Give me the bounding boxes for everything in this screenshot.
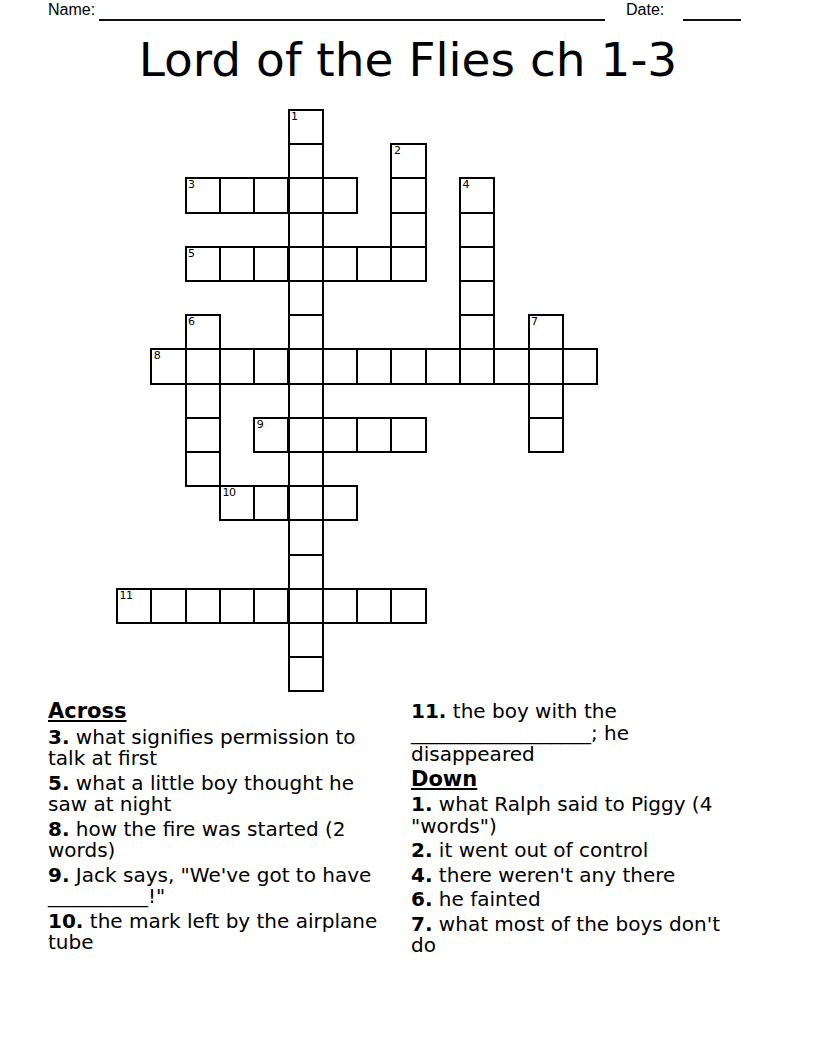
clue-down-4: 4. there weren't any there xyxy=(411,865,741,887)
grid-cell-r13c5[interactable] xyxy=(288,554,324,590)
clues-column-right: 11. the boy with the __________________;… xyxy=(411,701,741,960)
grid-cell-r9c12[interactable] xyxy=(528,417,564,453)
grid-cell-r5c10[interactable] xyxy=(459,280,495,316)
grid-cell-r1c8[interactable]: 2 xyxy=(390,143,426,179)
grid-cell-r3c5[interactable] xyxy=(288,212,324,248)
grid-cell-r9c4[interactable]: 9 xyxy=(253,417,289,453)
grid-cell-r7c1[interactable]: 8 xyxy=(150,348,186,384)
grid-cell-r3c10[interactable] xyxy=(459,212,495,248)
grid-cell-r2c3[interactable] xyxy=(219,177,255,213)
grid-cell-r8c2[interactable] xyxy=(185,383,221,419)
grid-cell-r4c6[interactable] xyxy=(322,246,358,282)
grid-cell-r9c5[interactable] xyxy=(288,417,324,453)
clue-number-label: 11. xyxy=(411,699,446,723)
grid-cell-r11c6[interactable] xyxy=(322,485,358,521)
grid-cell-r12c5[interactable] xyxy=(288,519,324,555)
grid-cell-r14c4[interactable] xyxy=(253,588,289,624)
grid-cell-r7c2[interactable] xyxy=(185,348,221,384)
grid-cell-r7c4[interactable] xyxy=(253,348,289,384)
grid-cell-r6c2[interactable]: 6 xyxy=(185,314,221,350)
clue-number-label: 7. xyxy=(411,912,433,936)
grid-cell-r10c5[interactable] xyxy=(288,451,324,487)
clue-down-2: 2. it went out of control xyxy=(411,840,741,862)
clue-number-2: 2 xyxy=(394,144,401,157)
grid-cell-r6c10[interactable] xyxy=(459,314,495,350)
clue-across-10: 10. the mark left by the airplane tube xyxy=(48,911,384,954)
grid-cell-r9c8[interactable] xyxy=(390,417,426,453)
grid-cell-r7c5[interactable] xyxy=(288,348,324,384)
clue-across-8: 8. how the fire was started (2 words) xyxy=(48,819,384,862)
grid-cell-r14c0[interactable]: 11 xyxy=(116,588,152,624)
grid-cell-r1c5[interactable] xyxy=(288,143,324,179)
grid-cell-r3c8[interactable] xyxy=(390,212,426,248)
grid-cell-r7c10[interactable] xyxy=(459,348,495,384)
grid-cell-r14c6[interactable] xyxy=(322,588,358,624)
grid-cell-r14c2[interactable] xyxy=(185,588,221,624)
grid-cell-r7c3[interactable] xyxy=(219,348,255,384)
clue-number-label: 10. xyxy=(48,909,83,933)
clue-number-5: 5 xyxy=(188,247,195,260)
clue-across-11: 11. the boy with the __________________;… xyxy=(411,701,741,766)
clue-number-7: 7 xyxy=(531,315,538,328)
clue-number-label: 3. xyxy=(48,725,70,749)
worksheet-page: Name: Date: Lord of the Flies ch 1-3 123… xyxy=(0,0,816,1056)
grid-cell-r0c5[interactable]: 1 xyxy=(288,109,324,145)
grid-cell-r4c2[interactable]: 5 xyxy=(185,246,221,282)
grid-cell-r7c9[interactable] xyxy=(425,348,461,384)
clue-number-label: 6. xyxy=(411,887,433,911)
grid-cell-r11c4[interactable] xyxy=(253,485,289,521)
clue-number-9: 9 xyxy=(257,418,264,431)
grid-cell-r4c4[interactable] xyxy=(253,246,289,282)
grid-cell-r9c7[interactable] xyxy=(356,417,392,453)
grid-cell-r4c7[interactable] xyxy=(356,246,392,282)
grid-cell-r8c12[interactable] xyxy=(528,383,564,419)
clue-number-label: 2. xyxy=(411,838,433,862)
across-clues-list: 3. what signifies permission to talk at … xyxy=(48,727,384,954)
grid-cell-r14c3[interactable] xyxy=(219,588,255,624)
clue-number-4: 4 xyxy=(463,178,470,191)
clue-number-3: 3 xyxy=(188,178,195,191)
grid-cell-r10c2[interactable] xyxy=(185,451,221,487)
grid-cell-r2c2[interactable]: 3 xyxy=(185,177,221,213)
grid-cell-r7c11[interactable] xyxy=(493,348,529,384)
grid-cell-r15c5[interactable] xyxy=(288,622,324,658)
grid-cell-r2c4[interactable] xyxy=(253,177,289,213)
grid-cell-r14c8[interactable] xyxy=(390,588,426,624)
clue-number-8: 8 xyxy=(154,349,161,362)
grid-cell-r7c13[interactable] xyxy=(562,348,598,384)
grid-cell-r9c6[interactable] xyxy=(322,417,358,453)
clue-down-1: 1. what Ralph said to Piggy (4 "words") xyxy=(411,794,741,837)
grid-cell-r14c1[interactable] xyxy=(150,588,186,624)
clue-number-1: 1 xyxy=(291,110,298,123)
clue-number-label: 5. xyxy=(48,771,70,795)
clue-down-7: 7. what most of the boys don't do xyxy=(411,914,741,957)
grid-cell-r6c5[interactable] xyxy=(288,314,324,350)
grid-cell-r2c8[interactable] xyxy=(390,177,426,213)
down-header: Down xyxy=(411,769,741,791)
grid-cell-r4c8[interactable] xyxy=(390,246,426,282)
clue-across-3: 3. what signifies permission to talk at … xyxy=(48,727,384,770)
clues-column-left: Across 3. what signifies permission to t… xyxy=(48,701,384,957)
grid-cell-r4c5[interactable] xyxy=(288,246,324,282)
grid-cell-r14c5[interactable] xyxy=(288,588,324,624)
clue-across-5: 5. what a little boy thought he saw at n… xyxy=(48,773,384,816)
grid-cell-r7c6[interactable] xyxy=(322,348,358,384)
clue-number-label: 4. xyxy=(411,863,433,887)
clue-number-6: 6 xyxy=(188,315,195,328)
grid-cell-r2c10[interactable]: 4 xyxy=(459,177,495,213)
grid-cell-r4c10[interactable] xyxy=(459,246,495,282)
down-clues-list: 1. what Ralph said to Piggy (4 "words")2… xyxy=(411,794,741,957)
clue-number-11: 11 xyxy=(120,589,133,602)
grid-cell-r8c5[interactable] xyxy=(288,383,324,419)
across-clues-continued: 11. the boy with the __________________;… xyxy=(411,701,741,766)
clue-across-9: 9. Jack says, "We've got to have _______… xyxy=(48,865,384,908)
grid-cell-r6c12[interactable]: 7 xyxy=(528,314,564,350)
across-header: Across xyxy=(48,701,384,723)
grid-cell-r5c5[interactable] xyxy=(288,280,324,316)
grid-cell-r7c12[interactable] xyxy=(528,348,564,384)
grid-cell-r11c3[interactable]: 10 xyxy=(219,485,255,521)
grid-cell-r9c2[interactable] xyxy=(185,417,221,453)
grid-cell-r4c3[interactable] xyxy=(219,246,255,282)
clue-number-10: 10 xyxy=(222,486,235,499)
grid-cell-r2c6[interactable] xyxy=(322,177,358,213)
grid-cell-r7c8[interactable] xyxy=(390,348,426,384)
grid-cell-r11c5[interactable] xyxy=(288,485,324,521)
clue-number-label: 8. xyxy=(48,817,70,841)
clue-number-label: 9. xyxy=(48,863,70,887)
clue-number-label: 1. xyxy=(411,792,433,816)
grid-cell-r2c5[interactable] xyxy=(288,177,324,213)
clue-down-6: 6. he fainted xyxy=(411,889,741,911)
grid-cell-r14c7[interactable] xyxy=(356,588,392,624)
grid-cell-r7c7[interactable] xyxy=(356,348,392,384)
grid-cell-r16c5[interactable] xyxy=(288,656,324,692)
